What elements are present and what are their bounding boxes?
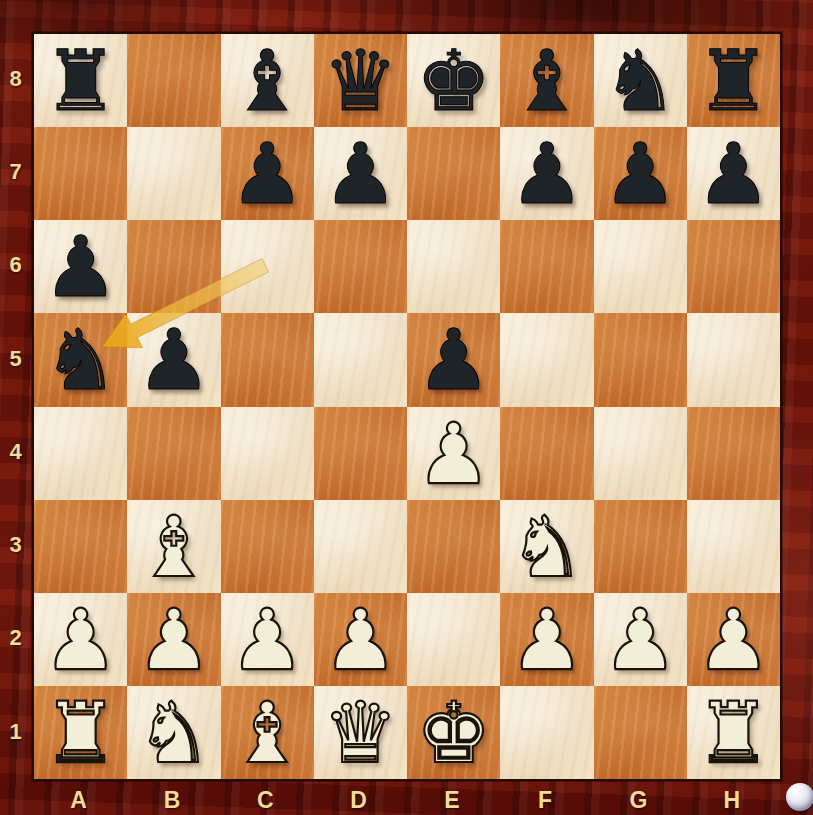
square-e1[interactable]: ♚: [407, 686, 500, 779]
square-d5[interactable]: [314, 313, 407, 406]
chess-board: ♜♝♛♚♝♞♜♟♟♟♟♟♟♞♟♟♟♝♞♟♟♟♟♟♟♟♜♞♝♛♚♜: [32, 32, 782, 781]
square-e6[interactable]: [407, 220, 500, 313]
square-g6[interactable]: [594, 220, 687, 313]
piece-black-bishop-c8[interactable]: ♝: [229, 35, 304, 127]
rank-label-5: 5: [0, 346, 31, 372]
square-e5[interactable]: ♟: [407, 313, 500, 406]
piece-black-king-e8[interactable]: ♚: [416, 35, 491, 127]
piece-black-knight-a5[interactable]: ♞: [43, 314, 118, 406]
square-c2[interactable]: ♟: [221, 593, 314, 686]
file-label-b: B: [125, 786, 218, 814]
square-a7[interactable]: [34, 127, 127, 220]
square-f6[interactable]: [500, 220, 593, 313]
square-g5[interactable]: [594, 313, 687, 406]
piece-black-pawn-g7[interactable]: ♟: [602, 128, 677, 220]
square-e4[interactable]: ♟: [407, 407, 500, 500]
square-g8[interactable]: ♞: [594, 34, 687, 127]
square-f4[interactable]: [500, 407, 593, 500]
piece-white-pawn-b2[interactable]: ♟: [136, 594, 211, 686]
square-f5[interactable]: [500, 313, 593, 406]
square-e3[interactable]: [407, 500, 500, 593]
square-h6[interactable]: [687, 220, 780, 313]
file-label-d: D: [312, 786, 405, 814]
rank-label-1: 1: [0, 719, 31, 745]
file-label-a: A: [32, 786, 125, 814]
square-b2[interactable]: ♟: [127, 593, 220, 686]
square-b6[interactable]: [127, 220, 220, 313]
square-c7[interactable]: ♟: [221, 127, 314, 220]
rank-label-2: 2: [0, 625, 31, 651]
square-a8[interactable]: ♜: [34, 34, 127, 127]
piece-white-pawn-a2[interactable]: ♟: [43, 594, 118, 686]
square-d6[interactable]: [314, 220, 407, 313]
piece-white-bishop-c1[interactable]: ♝: [229, 687, 304, 779]
square-e7[interactable]: [407, 127, 500, 220]
file-label-e: E: [405, 786, 498, 814]
square-f3[interactable]: ♞: [500, 500, 593, 593]
square-g3[interactable]: [594, 500, 687, 593]
piece-white-knight-b1[interactable]: ♞: [136, 687, 211, 779]
square-d3[interactable]: [314, 500, 407, 593]
square-a2[interactable]: ♟: [34, 593, 127, 686]
piece-black-queen-d8[interactable]: ♛: [323, 35, 398, 127]
square-a4[interactable]: [34, 407, 127, 500]
file-label-h: H: [685, 786, 778, 814]
piece-white-pawn-g2[interactable]: ♟: [602, 594, 677, 686]
piece-black-pawn-h7[interactable]: ♟: [696, 128, 771, 220]
square-c5[interactable]: [221, 313, 314, 406]
square-h8[interactable]: ♜: [687, 34, 780, 127]
file-label-f: F: [499, 786, 592, 814]
square-e8[interactable]: ♚: [407, 34, 500, 127]
square-b1[interactable]: ♞: [127, 686, 220, 779]
piece-white-pawn-f2[interactable]: ♟: [509, 594, 584, 686]
square-c8[interactable]: ♝: [221, 34, 314, 127]
square-c3[interactable]: [221, 500, 314, 593]
square-h2[interactable]: ♟: [687, 593, 780, 686]
piece-black-pawn-a6[interactable]: ♟: [43, 221, 118, 313]
square-b3[interactable]: ♝: [127, 500, 220, 593]
square-h4[interactable]: [687, 407, 780, 500]
piece-white-king-e1[interactable]: ♚: [416, 687, 491, 779]
square-d1[interactable]: ♛: [314, 686, 407, 779]
square-c1[interactable]: ♝: [221, 686, 314, 779]
rank-label-7: 7: [0, 159, 31, 185]
square-h3[interactable]: [687, 500, 780, 593]
piece-white-bishop-b3[interactable]: ♝: [136, 501, 211, 593]
piece-white-pawn-e4[interactable]: ♟: [416, 408, 491, 500]
square-f2[interactable]: ♟: [500, 593, 593, 686]
square-a1[interactable]: ♜: [34, 686, 127, 779]
piece-black-pawn-b5[interactable]: ♟: [136, 314, 211, 406]
square-g1[interactable]: [594, 686, 687, 779]
piece-black-pawn-c7[interactable]: ♟: [229, 128, 304, 220]
square-e2[interactable]: [407, 593, 500, 686]
rank-label-8: 8: [0, 66, 31, 92]
piece-black-rook-a8[interactable]: ♜: [43, 35, 118, 127]
square-d4[interactable]: [314, 407, 407, 500]
square-d8[interactable]: ♛: [314, 34, 407, 127]
piece-black-pawn-f7[interactable]: ♟: [509, 128, 584, 220]
piece-black-pawn-e5[interactable]: ♟: [416, 314, 491, 406]
square-g2[interactable]: ♟: [594, 593, 687, 686]
square-d2[interactable]: ♟: [314, 593, 407, 686]
piece-black-knight-g8[interactable]: ♞: [602, 35, 677, 127]
square-d7[interactable]: ♟: [314, 127, 407, 220]
corner-sphere-handle[interactable]: [786, 783, 813, 811]
square-h1[interactable]: ♜: [687, 686, 780, 779]
square-b5[interactable]: ♟: [127, 313, 220, 406]
piece-white-pawn-d2[interactable]: ♟: [323, 594, 398, 686]
piece-white-queen-d1[interactable]: ♛: [323, 687, 398, 779]
file-label-g: G: [592, 786, 685, 814]
rank-label-6: 6: [0, 252, 31, 278]
square-f1[interactable]: [500, 686, 593, 779]
square-g7[interactable]: ♟: [594, 127, 687, 220]
piece-black-pawn-d7[interactable]: ♟: [323, 128, 398, 220]
piece-black-rook-h8[interactable]: ♜: [696, 35, 771, 127]
square-c6[interactable]: [221, 220, 314, 313]
square-f7[interactable]: ♟: [500, 127, 593, 220]
square-a5[interactable]: ♞: [34, 313, 127, 406]
piece-white-pawn-h2[interactable]: ♟: [696, 594, 771, 686]
square-c4[interactable]: [221, 407, 314, 500]
square-a3[interactable]: [34, 500, 127, 593]
square-g4[interactable]: [594, 407, 687, 500]
piece-white-pawn-c2[interactable]: ♟: [229, 594, 304, 686]
chess-board-panel: ♜♝♛♚♝♞♜♟♟♟♟♟♟♞♟♟♟♝♞♟♟♟♟♟♟♟♜♞♝♛♚♜ 8765432…: [0, 0, 813, 815]
square-b7[interactable]: [127, 127, 220, 220]
square-h5[interactable]: [687, 313, 780, 406]
square-b8[interactable]: [127, 34, 220, 127]
square-a6[interactable]: ♟: [34, 220, 127, 313]
file-label-c: C: [219, 786, 312, 814]
piece-white-rook-h1[interactable]: ♜: [696, 687, 771, 779]
square-h7[interactable]: ♟: [687, 127, 780, 220]
piece-black-bishop-f8[interactable]: ♝: [509, 35, 584, 127]
piece-white-rook-a1[interactable]: ♜: [43, 687, 118, 779]
square-f8[interactable]: ♝: [500, 34, 593, 127]
square-b4[interactable]: [127, 407, 220, 500]
piece-white-knight-f3[interactable]: ♞: [509, 501, 584, 593]
rank-label-4: 4: [0, 439, 31, 465]
rank-label-3: 3: [0, 532, 31, 558]
